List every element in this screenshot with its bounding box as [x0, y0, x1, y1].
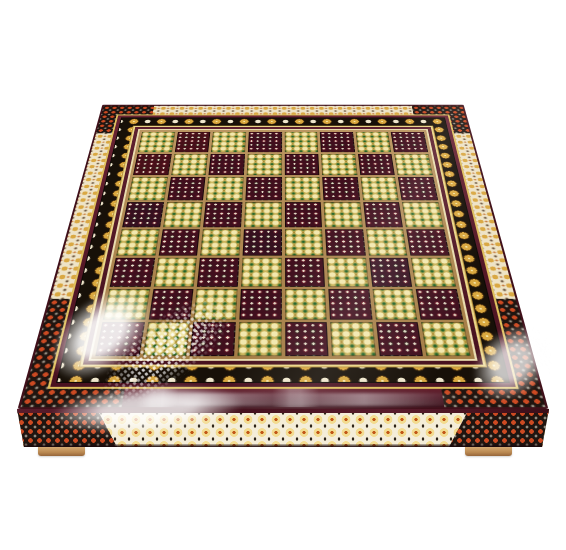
square-f5[interactable]: [324, 202, 363, 227]
square-g6[interactable]: [360, 177, 399, 200]
wooden-foot-left: [38, 447, 85, 456]
square-a7[interactable]: [133, 154, 172, 176]
square-h6[interactable]: [398, 177, 438, 200]
square-a2[interactable]: [103, 289, 150, 320]
square-g3[interactable]: [369, 258, 413, 287]
square-e1[interactable]: [285, 323, 329, 357]
square-b3[interactable]: [153, 258, 197, 287]
square-e2[interactable]: [285, 289, 327, 320]
square-d6[interactable]: [245, 177, 281, 200]
square-b4[interactable]: [158, 229, 200, 256]
front-edge-left-patch: [17, 409, 129, 447]
square-c2[interactable]: [194, 289, 238, 320]
square-g7[interactable]: [358, 154, 395, 176]
square-c5[interactable]: [203, 202, 242, 227]
square-e4[interactable]: [285, 229, 324, 256]
square-g5[interactable]: [363, 202, 403, 227]
square-d4[interactable]: [242, 229, 281, 256]
square-c6[interactable]: [206, 177, 244, 200]
square-c8[interactable]: [211, 132, 246, 152]
square-d1[interactable]: [237, 323, 281, 357]
front-edge-top-line: [17, 409, 549, 413]
square-a5[interactable]: [122, 202, 164, 227]
square-d5[interactable]: [244, 202, 282, 227]
wooden-foot-right: [465, 447, 512, 456]
square-e3[interactable]: [285, 258, 326, 287]
square-h4[interactable]: [407, 229, 450, 256]
square-g8[interactable]: [355, 132, 391, 152]
square-h7[interactable]: [395, 154, 434, 176]
square-a8[interactable]: [138, 132, 175, 152]
square-c7[interactable]: [209, 154, 245, 176]
checkerboard-grid: [91, 130, 475, 359]
square-b8[interactable]: [174, 132, 210, 152]
square-e8[interactable]: [284, 132, 318, 152]
square-h2[interactable]: [416, 289, 463, 320]
square-g2[interactable]: [372, 289, 417, 320]
square-d2[interactable]: [239, 289, 281, 320]
square-g4[interactable]: [366, 229, 408, 256]
square-f8[interactable]: [320, 132, 355, 152]
square-f3[interactable]: [327, 258, 369, 287]
square-f1[interactable]: [330, 323, 376, 357]
square-g1[interactable]: [376, 323, 423, 357]
square-h3[interactable]: [411, 258, 456, 287]
square-c3[interactable]: [197, 258, 239, 287]
board-front-edge: [17, 409, 549, 447]
square-f6[interactable]: [322, 177, 360, 200]
square-b1[interactable]: [143, 323, 190, 357]
square-b5[interactable]: [163, 202, 203, 227]
front-maroon-band: [99, 389, 466, 407]
square-c1[interactable]: [190, 323, 236, 357]
square-f2[interactable]: [328, 289, 372, 320]
square-h5[interactable]: [402, 202, 444, 227]
front-edge-right-patch: [437, 409, 549, 447]
square-b6[interactable]: [167, 177, 206, 200]
square-f4[interactable]: [325, 229, 365, 256]
square-a1[interactable]: [95, 323, 144, 357]
square-b2[interactable]: [148, 289, 193, 320]
square-h8[interactable]: [391, 132, 428, 152]
square-a3[interactable]: [110, 258, 155, 287]
photo-canvas: { "game": "chess", "scene": "overhead-fr…: [0, 0, 566, 550]
square-d8[interactable]: [248, 132, 282, 152]
square-c4[interactable]: [200, 229, 240, 256]
square-e5[interactable]: [284, 202, 322, 227]
square-d7[interactable]: [247, 154, 282, 176]
board-top-surface: [18, 105, 549, 410]
square-h1[interactable]: [421, 323, 470, 357]
square-d3[interactable]: [241, 258, 282, 287]
square-e6[interactable]: [284, 177, 320, 200]
square-b7[interactable]: [171, 154, 208, 176]
square-e7[interactable]: [284, 154, 319, 176]
square-a4[interactable]: [116, 229, 159, 256]
square-a6[interactable]: [128, 177, 168, 200]
square-f7[interactable]: [321, 154, 357, 176]
